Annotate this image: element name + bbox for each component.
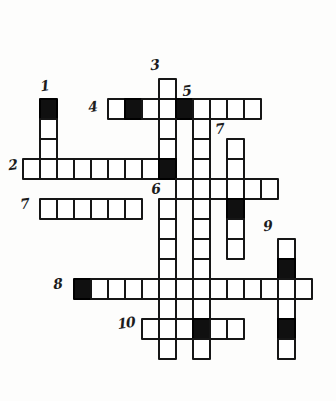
empty-cell-r1c13[interactable]: [243, 98, 262, 120]
empty-cell-r3c8[interactable]: [158, 138, 177, 160]
empty-cell-r8c10[interactable]: [192, 238, 211, 260]
empty-cell-r10c16[interactable]: [294, 278, 313, 300]
black-cell-r6c12: [226, 198, 245, 220]
clue-number-1-0: 1: [38, 78, 49, 93]
clue-number-3-1: 3: [148, 57, 159, 72]
clue-number-10-10: 10: [115, 315, 134, 332]
empty-cell-r7c10[interactable]: [192, 218, 211, 240]
empty-cell-r3c12[interactable]: [226, 138, 245, 160]
empty-cell-r7c8[interactable]: [158, 218, 177, 240]
crossword-grid: [22, 78, 315, 362]
empty-cell-r7c12[interactable]: [226, 218, 245, 240]
empty-cell-r11c15[interactable]: [277, 298, 296, 320]
empty-cell-r13c15[interactable]: [277, 338, 296, 360]
empty-cell-r0c8[interactable]: [158, 78, 177, 100]
black-cell-r4c8: [158, 158, 177, 180]
empty-cell-r4c10[interactable]: [192, 158, 211, 180]
empty-cell-r2c1[interactable]: [39, 118, 58, 140]
empty-cell-r9c8[interactable]: [158, 258, 177, 280]
empty-cell-r12c12[interactable]: [226, 318, 245, 340]
empty-cell-r13c8[interactable]: [158, 338, 177, 360]
empty-cell-r8c12[interactable]: [226, 238, 245, 260]
empty-cell-r6c6[interactable]: [124, 198, 143, 220]
empty-cell-r5c14[interactable]: [260, 178, 279, 200]
empty-cell-r9c10[interactable]: [192, 258, 211, 280]
black-cell-r9c15: [277, 258, 296, 280]
clue-number-2-5: 2: [6, 157, 17, 172]
empty-cell-r6c10[interactable]: [192, 198, 211, 220]
black-cell-r1c1: [39, 98, 58, 120]
empty-cell-r11c8[interactable]: [158, 298, 177, 320]
crossword-puzzle-page: 135472679810: [0, 0, 336, 401]
empty-cell-r4c12[interactable]: [226, 158, 245, 180]
empty-cell-r8c15[interactable]: [277, 238, 296, 260]
clue-number-4-3: 4: [86, 99, 97, 114]
clue-number-9-8: 9: [261, 218, 272, 233]
clue-number-5-2: 5: [180, 83, 191, 98]
clue-number-7-4: 7: [213, 121, 224, 136]
clue-number-6-6: 6: [149, 181, 160, 196]
empty-cell-r2c10[interactable]: [192, 118, 211, 140]
empty-cell-r6c8[interactable]: [158, 198, 177, 220]
empty-cell-r13c10[interactable]: [192, 338, 211, 360]
clue-number-7-7: 7: [18, 196, 29, 211]
empty-cell-r8c8[interactable]: [158, 238, 177, 260]
empty-cell-r11c10[interactable]: [192, 298, 211, 320]
empty-cell-r2c8[interactable]: [158, 118, 177, 140]
empty-cell-r3c10[interactable]: [192, 138, 211, 160]
empty-cell-r3c1[interactable]: [39, 138, 58, 160]
black-cell-r12c15: [277, 318, 296, 340]
clue-number-8-9: 8: [51, 276, 62, 291]
